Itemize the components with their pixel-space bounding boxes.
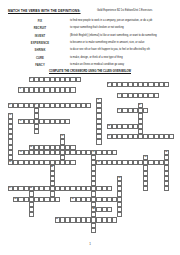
clue-number: 17 — [92, 151, 94, 153]
clue-number: 7 — [35, 104, 36, 106]
crossword-cell[interactable] — [133, 134, 138, 139]
match-word: RECRUIT — [18, 27, 62, 30]
clue-number: 12 — [108, 125, 110, 127]
clue-number: 19 — [144, 156, 146, 158]
page-number: 1 — [0, 242, 180, 246]
crossword-cell[interactable] — [55, 160, 60, 165]
clue-number: 3 — [20, 88, 21, 90]
crossword-cell[interactable] — [112, 197, 117, 202]
crossword-cell[interactable] — [138, 160, 143, 165]
clue-number: 11 — [20, 120, 22, 122]
crossword-cell[interactable] — [96, 139, 101, 144]
match-definition: to find new people to work in a company,… — [70, 20, 175, 23]
match-word: EXPERIENCE — [18, 42, 62, 45]
clue-number: 21 — [98, 161, 100, 163]
crossword-cell[interactable] — [107, 186, 112, 191]
crossword-cell[interactable] — [107, 207, 112, 212]
match-definition: to do or see sth or have sth happen to y… — [70, 49, 175, 52]
crossword-cell[interactable] — [117, 212, 122, 217]
worksheet-source-label: Gold Experience B2 1st Edition/Unit 1 Ex… — [97, 9, 175, 12]
crossword-cell[interactable] — [164, 82, 169, 87]
match-definition: to become or to make something smaller i… — [70, 42, 175, 45]
match-word: CURE — [18, 57, 62, 60]
match-definition: (British English) (informal) to like or … — [70, 35, 175, 38]
crossword-cell[interactable] — [86, 217, 91, 222]
clue-number: 5 — [98, 99, 99, 101]
clue-number: 18 — [165, 151, 167, 153]
crossword-cell[interactable] — [86, 103, 91, 108]
clue-number: 26 — [14, 198, 16, 200]
crossword-cell[interactable] — [143, 186, 148, 191]
clue-number: 10 — [9, 114, 11, 116]
match-word: SHRINK — [18, 49, 62, 52]
crossword-cell[interactable] — [91, 228, 96, 233]
crossword-cell[interactable] — [29, 212, 34, 217]
crossword-cell[interactable] — [159, 160, 164, 165]
match-definition: to make, design, or think of a new type … — [70, 57, 175, 60]
crossword-cell[interactable] — [133, 108, 138, 113]
crossword-cell[interactable] — [76, 77, 81, 82]
clue-number: 20 — [9, 161, 11, 163]
clue-number: 24 — [9, 187, 11, 189]
crossword-cell[interactable] — [44, 186, 49, 191]
crossword-cell[interactable] — [65, 119, 70, 124]
clue-number: 8 — [139, 104, 140, 106]
clue-number: 13 — [61, 135, 63, 137]
match-definition: to repair something that's broken or not… — [70, 27, 175, 30]
crossword-cell[interactable] — [70, 160, 75, 165]
clue-number: 23 — [118, 177, 120, 179]
match-word: INVENT — [18, 35, 62, 38]
crossword-cell[interactable] — [86, 197, 91, 202]
crossword-cell[interactable] — [133, 124, 138, 129]
crossword-cell[interactable] — [29, 119, 34, 124]
clue-number: 6 — [9, 104, 10, 106]
crossword-cell[interactable] — [86, 186, 91, 191]
match-word: FIX — [18, 20, 62, 23]
clue-number: 16 — [20, 151, 22, 153]
clue-number: 4 — [118, 94, 119, 96]
crossword-cell[interactable] — [112, 150, 117, 155]
clue-number: 25 — [30, 187, 32, 189]
crossword-cell[interactable] — [154, 93, 159, 98]
crossword-cell[interactable] — [55, 197, 60, 202]
match-exercise-heading: MATCH THE VERBS WITH THE DEFINITIONS: — [8, 9, 81, 13]
crossword-cell[interactable] — [143, 108, 148, 113]
crossword-cell[interactable] — [34, 129, 39, 134]
clue-number: 28 — [92, 208, 94, 210]
clue-number: 14 — [108, 135, 110, 137]
crossword-cell[interactable] — [169, 134, 174, 139]
clue-number: 9 — [118, 109, 119, 111]
worksheet-page: MATCH THE VERBS WITH THE DEFINITIONS: Go… — [0, 0, 180, 255]
clue-number: 15 — [30, 146, 32, 148]
crossword-cell[interactable] — [55, 150, 60, 155]
crossword-heading: COMPLETE THE CROSSWORD USING THE CLUES G… — [0, 70, 180, 73]
clue-number: 27 — [72, 198, 74, 200]
crossword-cell[interactable] — [70, 87, 75, 92]
match-word: FANCY — [18, 64, 62, 67]
crossword-cell[interactable] — [112, 217, 117, 222]
crossword-cell[interactable] — [24, 197, 29, 202]
clue-number: 29 — [56, 218, 58, 220]
clue-number: 1 — [30, 78, 31, 80]
match-definition: to make an illness or medical condition … — [70, 64, 175, 67]
clue-number: 22 — [51, 166, 53, 168]
clue-number: 2 — [108, 83, 109, 85]
crossword-cell[interactable] — [164, 186, 169, 191]
